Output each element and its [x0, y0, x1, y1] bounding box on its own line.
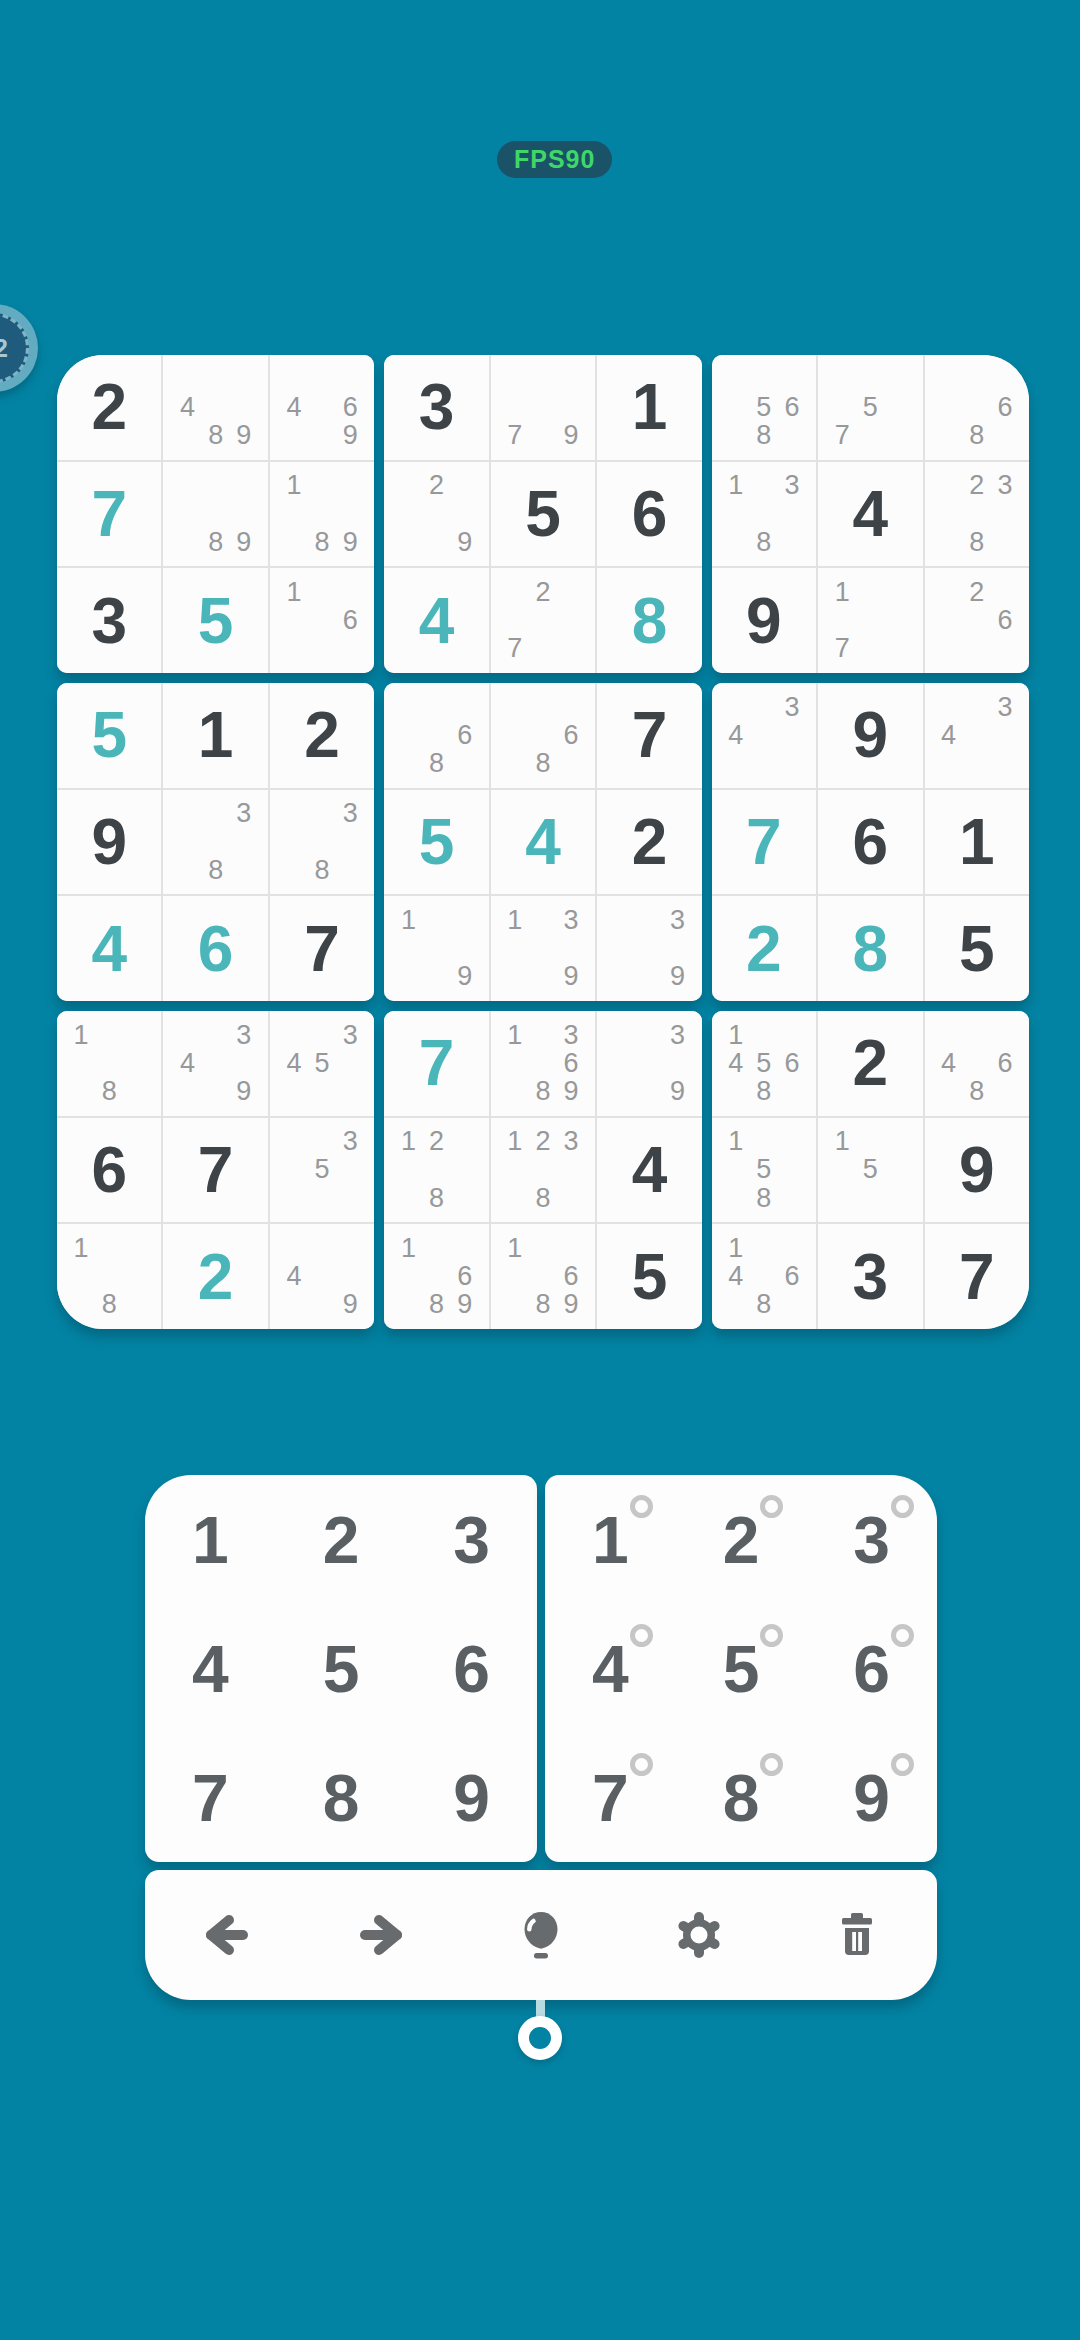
numpad-digit-7[interactable]: 7 [145, 1733, 276, 1862]
cell-r7c9[interactable]: 468 [925, 1011, 1029, 1116]
pencil-mark-2 [750, 693, 778, 721]
cell-r3c9[interactable]: 26 [925, 568, 1029, 673]
user-digit: 8 [853, 917, 889, 981]
given-digit: 7 [198, 1138, 234, 1202]
cell-r5c1[interactable]: 9 [57, 790, 161, 895]
pencil-mark-3 [991, 578, 1019, 606]
pencil-mark-3 [336, 365, 364, 393]
toolbar-handle[interactable] [518, 2016, 562, 2060]
pencil-mark-2 [963, 365, 991, 393]
pencil-mark-5 [750, 500, 778, 528]
pencil-mark-1 [394, 472, 422, 500]
numpad-digit-2[interactable]: 2 [276, 1475, 407, 1604]
pencil-mark-6 [123, 1263, 151, 1291]
pencil-marks: 16 [280, 578, 364, 663]
note-ring-icon [760, 1753, 783, 1776]
pencil-mark-8 [308, 1077, 336, 1105]
pencil-mark-6: 6 [336, 607, 364, 635]
pencil-marks: 17 [828, 578, 912, 663]
pencil-mark-7 [722, 749, 750, 777]
pencil-mark-9: 9 [230, 528, 258, 556]
pencil-mark-5 [202, 500, 230, 528]
pencil-mark-8: 8 [95, 1291, 123, 1319]
cell-r5c5[interactable]: 4 [491, 790, 595, 895]
cell-r2c4[interactable]: 29 [384, 462, 488, 567]
pencil-mark-7 [501, 963, 529, 991]
pencil-mark-2 [963, 1021, 991, 1049]
cell-r7c8[interactable]: 2 [818, 1011, 922, 1116]
cell-r9c5[interactable]: 1689 [491, 1224, 595, 1329]
pencil-mark-5: 5 [856, 393, 884, 421]
pencil-mark-7 [607, 1077, 635, 1105]
pad-digit-label: 3 [853, 1507, 890, 1573]
notes-digit-5[interactable]: 5 [676, 1604, 807, 1733]
undo-button[interactable] [193, 1903, 257, 1967]
box-5: 686875421913939 [384, 683, 701, 1001]
given-digit: 5 [525, 482, 561, 546]
pencil-mark-6: 6 [336, 393, 364, 421]
given-digit: 5 [632, 1245, 668, 1309]
pencil-mark-4 [501, 1263, 529, 1291]
pencil-mark-2: 2 [963, 578, 991, 606]
cell-r1c3[interactable]: 469 [270, 355, 374, 460]
fps-badge: FPS90 [497, 141, 612, 178]
numpad-digit-8[interactable]: 8 [276, 1733, 407, 1862]
cell-r1c7[interactable]: 568 [712, 355, 816, 460]
pencil-mark-6 [991, 500, 1019, 528]
pencil-mark-4 [828, 393, 856, 421]
note-ring-icon [891, 1753, 914, 1776]
cell-r9c8[interactable]: 3 [818, 1224, 922, 1329]
pencil-mark-5 [202, 393, 230, 421]
given-digit: 4 [632, 1138, 668, 1202]
pencil-mark-6 [451, 935, 479, 963]
pencil-mark-5 [856, 607, 884, 635]
pencil-mark-5 [963, 500, 991, 528]
numpad-digit-1[interactable]: 1 [145, 1475, 276, 1604]
cell-r9c1[interactable]: 18 [57, 1224, 161, 1329]
user-digit: 2 [746, 917, 782, 981]
cell-r8c3[interactable]: 35 [270, 1118, 374, 1223]
redo-arrow-icon [355, 1907, 411, 1963]
pencil-mark-1 [722, 693, 750, 721]
pencil-marks: 15 [828, 1128, 912, 1213]
pencil-mark-3: 3 [664, 1021, 692, 1049]
cell-r6c8[interactable]: 8 [818, 896, 922, 1001]
cell-r8c1[interactable]: 6 [57, 1118, 161, 1223]
pencil-mark-9: 9 [451, 963, 479, 991]
cell-r1c2[interactable]: 489 [163, 355, 267, 460]
given-digit: 7 [632, 703, 668, 767]
pencil-mark-9 [123, 1077, 151, 1105]
pencil-mark-3: 3 [557, 1021, 585, 1049]
pencil-mark-2 [750, 365, 778, 393]
cell-r3c2[interactable]: 5 [163, 568, 267, 673]
pencil-mark-3 [778, 1021, 806, 1049]
cell-r1c1[interactable]: 2 [57, 355, 161, 460]
pencil-mark-4 [722, 393, 750, 421]
pencil-mark-9: 9 [557, 963, 585, 991]
pencil-mark-7 [722, 1184, 750, 1212]
pencil-mark-6: 6 [991, 607, 1019, 635]
cell-r8c9[interactable]: 9 [925, 1118, 1029, 1223]
redo-button[interactable] [351, 1903, 415, 1967]
pencil-mark-1: 1 [722, 1234, 750, 1262]
pencil-mark-1 [280, 800, 308, 828]
cell-r4c3[interactable]: 2 [270, 683, 374, 788]
cell-r6c7[interactable]: 2 [712, 896, 816, 1001]
box-2: 379129564278 [384, 355, 701, 673]
cell-r1c8[interactable]: 57 [818, 355, 922, 460]
cell-r7c7[interactable]: 14568 [712, 1011, 816, 1116]
pencil-mark-8 [529, 963, 557, 991]
numpad-digit-3[interactable]: 3 [406, 1475, 537, 1604]
pad-digit-label: 1 [192, 1507, 229, 1573]
pencil-mark-9: 9 [230, 421, 258, 449]
cell-r7c5[interactable]: 13689 [491, 1011, 595, 1116]
pencil-mark-2 [308, 578, 336, 606]
cell-r3c3[interactable]: 16 [270, 568, 374, 673]
pencil-mark-3 [884, 578, 912, 606]
pencil-mark-2 [308, 472, 336, 500]
pencil-mark-8 [635, 1077, 663, 1105]
pencil-mark-8 [422, 963, 450, 991]
numpad-digit-6[interactable]: 6 [406, 1604, 537, 1733]
pencil-marks: 68 [394, 693, 478, 778]
pencil-mark-6 [664, 935, 692, 963]
pencil-mark-1: 1 [828, 1128, 856, 1156]
pencil-marks: 238 [935, 472, 1019, 557]
pencil-mark-6: 6 [451, 1263, 479, 1291]
pencil-mark-4 [935, 500, 963, 528]
pencil-mark-4 [501, 935, 529, 963]
cell-r7c6[interactable]: 39 [597, 1011, 701, 1116]
cell-r3c6[interactable]: 8 [597, 568, 701, 673]
pencil-mark-8 [308, 1291, 336, 1319]
cell-r1c4[interactable]: 3 [384, 355, 488, 460]
pencil-mark-3 [778, 1128, 806, 1156]
cell-r9c7[interactable]: 1468 [712, 1224, 816, 1329]
pencil-mark-8 [202, 1077, 230, 1105]
cell-r8c8[interactable]: 15 [818, 1118, 922, 1223]
cell-r8c6[interactable]: 4 [597, 1118, 701, 1223]
cell-r2c2[interactable]: 89 [163, 462, 267, 567]
cell-r6c4[interactable]: 19 [384, 896, 488, 1001]
cell-r7c1[interactable]: 18 [57, 1011, 161, 1116]
cell-r7c4[interactable]: 7 [384, 1011, 488, 1116]
cell-r6c6[interactable]: 39 [597, 896, 701, 1001]
cell-r7c3[interactable]: 345 [270, 1011, 374, 1116]
pencil-mark-6 [336, 828, 364, 856]
pencil-mark-3 [123, 1021, 151, 1049]
pencil-mark-6: 6 [557, 721, 585, 749]
pencil-mark-1: 1 [828, 578, 856, 606]
cell-r2c7[interactable]: 138 [712, 462, 816, 567]
cell-r9c6[interactable]: 5 [597, 1224, 701, 1329]
notes-digit-7[interactable]: 7 [545, 1733, 676, 1862]
cell-r9c2[interactable]: 2 [163, 1224, 267, 1329]
pencil-mark-3: 3 [778, 693, 806, 721]
pencil-mark-6 [451, 500, 479, 528]
numpad-digit-4[interactable]: 4 [145, 1604, 276, 1733]
pencil-mark-2: 2 [422, 472, 450, 500]
cell-r5c6[interactable]: 2 [597, 790, 701, 895]
cell-r6c2[interactable]: 6 [163, 896, 267, 1001]
notes-digit-4[interactable]: 4 [545, 1604, 676, 1733]
cell-r3c5[interactable]: 27 [491, 568, 595, 673]
pencil-mark-7: 7 [828, 421, 856, 449]
notes-digit-6[interactable]: 6 [806, 1604, 937, 1733]
pencil-mark-1 [280, 1021, 308, 1049]
hint-button[interactable] [509, 1903, 573, 1967]
cell-r1c5[interactable]: 79 [491, 355, 595, 460]
given-digit: 4 [853, 482, 889, 546]
pencil-mark-4 [722, 500, 750, 528]
pencil-mark-7 [722, 421, 750, 449]
cell-r5c4[interactable]: 5 [384, 790, 488, 895]
given-digit: 3 [91, 589, 127, 653]
notes-digit-8[interactable]: 8 [676, 1733, 807, 1862]
cell-r6c3[interactable]: 7 [270, 896, 374, 1001]
pencil-mark-8: 8 [750, 528, 778, 556]
pad-digit-label: 6 [453, 1636, 490, 1702]
pad-digit-label: 4 [592, 1636, 629, 1702]
erase-button[interactable] [825, 1903, 889, 1967]
cell-r5c8[interactable]: 6 [818, 790, 922, 895]
pencil-mark-4 [280, 607, 308, 635]
pencil-mark-5 [422, 935, 450, 963]
pencil-mark-9 [778, 1184, 806, 1212]
pencil-mark-1: 1 [67, 1234, 95, 1262]
pencil-mark-4: 4 [173, 393, 201, 421]
pencil-mark-7 [722, 1291, 750, 1319]
pencil-mark-4 [394, 500, 422, 528]
pad-digit-label: 7 [592, 1765, 629, 1831]
cell-r8c2[interactable]: 7 [163, 1118, 267, 1223]
pencil-mark-1 [935, 1021, 963, 1049]
pencil-mark-6: 6 [778, 1049, 806, 1077]
note-ring-icon [630, 1495, 653, 1518]
pencil-marks: 29 [394, 472, 478, 557]
pencil-mark-6: 6 [557, 1049, 585, 1077]
pencil-mark-4 [828, 607, 856, 635]
pencil-mark-9 [336, 635, 364, 663]
pencil-mark-9 [778, 1077, 806, 1105]
pencil-mark-9: 9 [664, 1077, 692, 1105]
cell-r7c2[interactable]: 349 [163, 1011, 267, 1116]
cell-r4c2[interactable]: 1 [163, 683, 267, 788]
pencil-mark-3: 3 [557, 906, 585, 934]
pencil-mark-5 [635, 935, 663, 963]
pencil-mark-6 [230, 500, 258, 528]
pencil-mark-3 [884, 1128, 912, 1156]
cell-r4c8[interactable]: 9 [818, 683, 922, 788]
pencil-mark-9 [557, 635, 585, 663]
note-ring-icon [630, 1753, 653, 1776]
cell-r6c9[interactable]: 5 [925, 896, 1029, 1001]
given-digit: 6 [853, 810, 889, 874]
settings-button[interactable] [667, 1903, 731, 1967]
given-digit: 1 [632, 375, 668, 439]
cell-r5c3[interactable]: 38 [270, 790, 374, 895]
pencil-mark-3 [557, 578, 585, 606]
pencil-mark-9: 9 [336, 528, 364, 556]
pencil-mark-6 [336, 1049, 364, 1077]
cell-r4c1[interactable]: 5 [57, 683, 161, 788]
pencil-mark-2 [750, 472, 778, 500]
pencil-mark-4 [280, 828, 308, 856]
pencil-mark-2 [202, 472, 230, 500]
pad-digit-label: 6 [853, 1636, 890, 1702]
pencil-mark-7 [394, 1291, 422, 1319]
pencil-marks: 1689 [394, 1234, 478, 1319]
pencil-mark-2 [635, 1021, 663, 1049]
pencil-mark-6 [336, 1156, 364, 1184]
cell-r3c4[interactable]: 4 [384, 568, 488, 673]
cell-r3c8[interactable]: 17 [818, 568, 922, 673]
pencil-mark-8: 8 [750, 421, 778, 449]
cell-r5c7[interactable]: 7 [712, 790, 816, 895]
cell-r3c1[interactable]: 3 [57, 568, 161, 673]
pencil-mark-6 [991, 721, 1019, 749]
pencil-mark-7 [501, 1291, 529, 1319]
pencil-mark-4 [67, 1049, 95, 1077]
pencil-mark-7 [935, 421, 963, 449]
pencil-mark-5 [963, 607, 991, 635]
cell-r2c1[interactable]: 7 [57, 462, 161, 567]
pencil-mark-6 [884, 607, 912, 635]
pencil-marks: 49 [280, 1234, 364, 1319]
pencil-marks: 27 [501, 578, 585, 663]
pencil-mark-5 [95, 1049, 123, 1077]
timer-value-disc: 22 [0, 313, 29, 383]
cell-r1c6[interactable]: 1 [597, 355, 701, 460]
given-digit: 2 [91, 375, 127, 439]
cell-r2c8[interactable]: 4 [818, 462, 922, 567]
pencil-mark-5 [529, 1156, 557, 1184]
pencil-marks: 38 [173, 800, 257, 885]
pencil-mark-1 [935, 693, 963, 721]
pencil-mark-3 [451, 1128, 479, 1156]
cell-r2c6[interactable]: 6 [597, 462, 701, 567]
cell-r4c5[interactable]: 68 [491, 683, 595, 788]
cell-r9c3[interactable]: 49 [270, 1224, 374, 1329]
numpad-digit-9[interactable]: 9 [406, 1733, 537, 1862]
cell-r2c9[interactable]: 238 [925, 462, 1029, 567]
cell-r4c4[interactable]: 68 [384, 683, 488, 788]
notes-digit-3[interactable]: 3 [806, 1475, 937, 1604]
cell-r6c1[interactable]: 4 [57, 896, 161, 1001]
user-digit: 2 [198, 1245, 234, 1309]
given-digit: 9 [91, 810, 127, 874]
cell-r4c6[interactable]: 7 [597, 683, 701, 788]
pencil-mark-3 [991, 1021, 1019, 1049]
pencil-mark-2 [422, 906, 450, 934]
pencil-mark-8 [529, 421, 557, 449]
note-ring-icon [891, 1495, 914, 1518]
cell-r4c9[interactable]: 34 [925, 683, 1029, 788]
pencil-mark-1 [173, 472, 201, 500]
pencil-mark-5 [308, 500, 336, 528]
pencil-mark-6 [557, 393, 585, 421]
pencil-mark-9: 9 [557, 1077, 585, 1105]
pencil-mark-7 [501, 1077, 529, 1105]
gear-icon [671, 1907, 727, 1963]
cell-r5c2[interactable]: 38 [163, 790, 267, 895]
cell-r5c9[interactable]: 1 [925, 790, 1029, 895]
pencil-mark-4 [501, 1156, 529, 1184]
cell-r8c5[interactable]: 1238 [491, 1118, 595, 1223]
notes-digit-1[interactable]: 1 [545, 1475, 676, 1604]
pencil-mark-7 [935, 749, 963, 777]
cell-r1c9[interactable]: 68 [925, 355, 1029, 460]
cell-r9c9[interactable]: 7 [925, 1224, 1029, 1329]
pencil-mark-2 [202, 365, 230, 393]
numpad-digit-5[interactable]: 5 [276, 1604, 407, 1733]
pencil-mark-3 [884, 365, 912, 393]
pencil-mark-1: 1 [394, 1234, 422, 1262]
pad-digit-label: 5 [723, 1636, 760, 1702]
pencil-mark-5: 5 [750, 1049, 778, 1077]
pencil-mark-7 [935, 528, 963, 556]
pencil-mark-2 [308, 1128, 336, 1156]
pencil-mark-9 [991, 635, 1019, 663]
cell-r9c4[interactable]: 1689 [384, 1224, 488, 1329]
pencil-mark-5 [963, 1049, 991, 1077]
user-digit: 4 [91, 917, 127, 981]
pencil-mark-9 [778, 528, 806, 556]
timer-bubble[interactable]: 22 [0, 304, 38, 392]
pencil-marks: 345 [280, 1021, 364, 1106]
pencil-mark-6 [230, 393, 258, 421]
pencil-mark-1: 1 [394, 906, 422, 934]
pencil-marks: 68 [935, 365, 1019, 450]
given-digit: 3 [419, 375, 455, 439]
given-digit: 2 [304, 703, 340, 767]
pencil-mark-2 [529, 906, 557, 934]
pencil-mark-3 [778, 365, 806, 393]
cell-r2c3[interactable]: 189 [270, 462, 374, 567]
cell-r6c5[interactable]: 139 [491, 896, 595, 1001]
pencil-mark-7 [280, 856, 308, 884]
pencil-mark-5 [422, 500, 450, 528]
pencil-mark-1 [501, 578, 529, 606]
cell-r8c7[interactable]: 158 [712, 1118, 816, 1223]
pencil-marks: 39 [607, 1021, 691, 1106]
pencil-mark-6 [778, 721, 806, 749]
pencil-mark-6: 6 [991, 393, 1019, 421]
pencil-mark-1: 1 [67, 1021, 95, 1049]
pencil-mark-9 [991, 1077, 1019, 1105]
pencil-mark-3: 3 [230, 1021, 258, 1049]
pencil-mark-5 [202, 1049, 230, 1077]
cell-r3c7[interactable]: 9 [712, 568, 816, 673]
user-digit: 7 [419, 1031, 455, 1095]
pencil-mark-2 [308, 365, 336, 393]
user-digit: 7 [746, 810, 782, 874]
notes-digit-9[interactable]: 9 [806, 1733, 937, 1862]
pencil-mark-6 [778, 1156, 806, 1184]
pencil-mark-2 [529, 693, 557, 721]
pencil-mark-9 [336, 1077, 364, 1105]
notes-digit-2[interactable]: 2 [676, 1475, 807, 1604]
pencil-mark-3 [230, 365, 258, 393]
cell-r8c4[interactable]: 128 [384, 1118, 488, 1223]
pencil-mark-5: 5 [750, 393, 778, 421]
cell-r2c5[interactable]: 5 [491, 462, 595, 567]
pencil-mark-6 [884, 1156, 912, 1184]
cell-r4c7[interactable]: 34 [712, 683, 816, 788]
